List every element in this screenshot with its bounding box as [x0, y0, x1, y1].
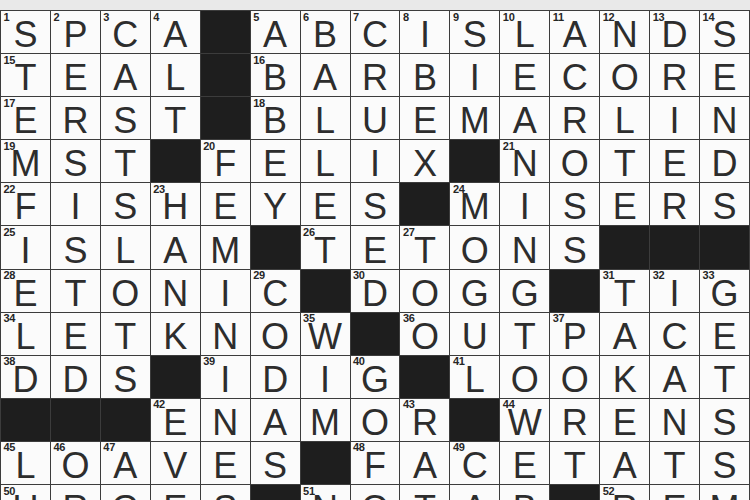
cell-r11c8[interactable]: 48F: [351, 442, 401, 485]
cell-r4c8[interactable]: I: [351, 140, 401, 183]
cell-letter: R: [550, 103, 599, 139]
cell-letter: A: [151, 17, 200, 53]
cell-r2c1[interactable]: 15T: [1, 54, 51, 97]
cell-letter: X: [400, 146, 449, 182]
cell-r9c5[interactable]: 39I: [201, 356, 251, 399]
cell-r5c15[interactable]: S: [700, 183, 750, 226]
cell-letter: I: [351, 146, 400, 182]
cell-letter: E: [400, 103, 449, 139]
cell-r5c3[interactable]: S: [101, 183, 151, 226]
cell-r7c6[interactable]: 29C: [251, 270, 301, 313]
cell-letter: R: [351, 60, 400, 96]
cell-r1c4[interactable]: 4A: [151, 11, 201, 54]
cell-letter: E: [151, 491, 200, 500]
black-square-r5c9: [400, 183, 450, 226]
cell-r2c12[interactable]: C: [550, 54, 600, 97]
cell-r6c3[interactable]: L: [101, 226, 151, 269]
cell-r1c10[interactable]: 9S: [450, 11, 500, 54]
cell-letter: L: [1, 319, 50, 355]
cell-letter: G: [700, 276, 749, 312]
cell-r5c2[interactable]: I: [51, 183, 101, 226]
black-square-r1c5: [201, 11, 251, 54]
cell-r7c1[interactable]: 28E: [1, 270, 51, 313]
cell-letter: N: [600, 17, 649, 53]
cell-letter: H: [151, 189, 200, 225]
cell-r11c15[interactable]: S: [700, 442, 750, 485]
cell-r1c14[interactable]: 13D: [650, 11, 700, 54]
cell-letter: R: [600, 491, 649, 500]
cell-r6c12[interactable]: S: [550, 226, 600, 269]
cell-letter: G: [351, 362, 400, 398]
cell-r11c2[interactable]: 46O: [51, 442, 101, 485]
cell-letter: O: [450, 233, 499, 269]
cell-r7c13[interactable]: 31T: [600, 270, 650, 313]
cell-r8c4[interactable]: K: [151, 313, 201, 356]
cell-letter: T: [301, 233, 350, 269]
cell-r3c8[interactable]: U: [351, 97, 401, 140]
cell-letter: S: [700, 405, 749, 441]
cell-r11c14[interactable]: T: [650, 442, 700, 485]
cell-r12c10[interactable]: A: [450, 485, 500, 500]
cell-letter: I: [650, 103, 699, 139]
cell-r10c5[interactable]: N: [201, 399, 251, 442]
cell-letter: O: [500, 362, 549, 398]
cell-r6c8[interactable]: E: [351, 226, 401, 269]
cell-r9c1[interactable]: 38D: [1, 356, 51, 399]
cell-letter: O: [251, 319, 300, 355]
cell-r10c11[interactable]: 44W: [500, 399, 550, 442]
cell-r4c13[interactable]: T: [600, 140, 650, 183]
cell-letter: E: [301, 189, 350, 225]
cell-r12c5[interactable]: S: [201, 485, 251, 500]
cell-letter: D: [650, 17, 699, 53]
cell-r8c5[interactable]: N: [201, 313, 251, 356]
cell-r7c8[interactable]: 30D: [351, 270, 401, 313]
cell-letter: E: [201, 189, 250, 225]
cell-r5c10[interactable]: 24M: [450, 183, 500, 226]
black-square-r9c9: [400, 356, 450, 399]
cell-r2c15[interactable]: E: [700, 54, 750, 97]
cell-r6c2[interactable]: S: [51, 226, 101, 269]
cell-r10c13[interactable]: E: [600, 399, 650, 442]
cell-r1c8[interactable]: 7C: [351, 11, 401, 54]
cell-letter: U: [450, 319, 499, 355]
cell-letter: T: [101, 319, 150, 355]
cell-letter: R: [51, 491, 100, 500]
black-square-r6c13: [600, 226, 650, 269]
cell-r4c7[interactable]: L: [301, 140, 351, 183]
cell-r1c9[interactable]: 8I: [400, 11, 450, 54]
cell-letter: L: [301, 146, 350, 182]
cell-letter: N: [151, 276, 200, 312]
cell-letter: L: [151, 60, 200, 96]
black-square-r10c10: [450, 399, 500, 442]
cell-r3c6[interactable]: 18B: [251, 97, 301, 140]
cell-letter: R: [51, 103, 100, 139]
cell-letter: A: [550, 17, 599, 53]
cell-r2c11[interactable]: E: [500, 54, 550, 97]
cell-r2c2[interactable]: E: [51, 54, 101, 97]
cell-letter: A: [600, 448, 649, 484]
cell-letter: A: [101, 448, 150, 484]
cell-r10c9[interactable]: 43R: [400, 399, 450, 442]
cell-letter: K: [600, 362, 649, 398]
cell-r12c13[interactable]: 52R: [600, 485, 650, 500]
cell-letter: L: [500, 17, 549, 53]
cell-letter: B: [301, 17, 350, 53]
cell-r5c4[interactable]: 23H: [151, 183, 201, 226]
cell-r3c4[interactable]: T: [151, 97, 201, 140]
cell-r7c2[interactable]: T: [51, 270, 101, 313]
black-square-r7c7: [301, 270, 351, 313]
cell-letter: S: [101, 103, 150, 139]
cell-r2c10[interactable]: I: [450, 54, 500, 97]
cell-r4c1[interactable]: 19M: [1, 140, 51, 183]
cell-r9c13[interactable]: K: [600, 356, 650, 399]
cell-letter: V: [151, 448, 200, 484]
cell-letter: T: [550, 448, 599, 484]
cell-r1c13[interactable]: 12N: [600, 11, 650, 54]
cell-r11c9[interactable]: A: [400, 442, 450, 485]
black-square-r10c3: [101, 399, 151, 442]
black-square-r7c12: [550, 270, 600, 313]
cell-letter: U: [1, 491, 50, 500]
cell-r11c11[interactable]: E: [500, 442, 550, 485]
cell-r6c1[interactable]: 25I: [1, 226, 51, 269]
cell-letter: S: [51, 233, 100, 269]
cell-r7c11[interactable]: G: [500, 270, 550, 313]
cell-r9c2[interactable]: D: [51, 356, 101, 399]
cell-letter: E: [151, 405, 200, 441]
cell-letter: E: [700, 60, 749, 96]
cell-r12c15[interactable]: M: [700, 485, 750, 500]
cell-letter: S: [201, 491, 250, 500]
cell-r9c3[interactable]: S: [101, 356, 151, 399]
cell-r8c11[interactable]: T: [500, 313, 550, 356]
cell-letter: O: [600, 60, 649, 96]
cell-letter: F: [201, 146, 250, 182]
cell-letter: G: [450, 276, 499, 312]
cell-r12c1[interactable]: 50U: [1, 485, 51, 500]
cell-letter: G: [500, 276, 549, 312]
cell-letter: G: [101, 491, 150, 500]
cell-letter: E: [500, 448, 549, 484]
cell-r10c6[interactable]: A: [251, 399, 301, 442]
cell-r6c4[interactable]: A: [151, 226, 201, 269]
cell-r9c6[interactable]: D: [251, 356, 301, 399]
cell-r3c11[interactable]: A: [500, 97, 550, 140]
cell-r8c12[interactable]: 37P: [550, 313, 600, 356]
cell-letter: S: [700, 448, 749, 484]
cell-letter: T: [400, 491, 449, 500]
cell-r4c2[interactable]: S: [51, 140, 101, 183]
cell-letter: O: [51, 448, 100, 484]
cell-r2c13[interactable]: O: [600, 54, 650, 97]
cell-r7c10[interactable]: G: [450, 270, 500, 313]
cell-letter: W: [301, 319, 350, 355]
cell-r3c10[interactable]: M: [450, 97, 500, 140]
black-square-r10c2: [51, 399, 101, 442]
cell-r3c7[interactable]: L: [301, 97, 351, 140]
cell-r10c4[interactable]: 42E: [151, 399, 201, 442]
cell-letter: E: [500, 60, 549, 96]
cell-letter: I: [650, 276, 699, 312]
cell-letter: A: [500, 103, 549, 139]
cell-letter: T: [600, 146, 649, 182]
cell-r12c11[interactable]: B: [500, 485, 550, 500]
cell-r3c12[interactable]: R: [550, 97, 600, 140]
cell-r6c7[interactable]: 26T: [301, 226, 351, 269]
cell-r1c7[interactable]: 6B: [301, 11, 351, 54]
cell-r3c15[interactable]: N: [700, 97, 750, 140]
cell-r5c7[interactable]: E: [301, 183, 351, 226]
cell-letter: T: [700, 362, 749, 398]
cell-r3c14[interactable]: I: [650, 97, 700, 140]
cell-r7c14[interactable]: 32I: [650, 270, 700, 313]
cell-r2c8[interactable]: R: [351, 54, 401, 97]
cell-r3c1[interactable]: 17E: [1, 97, 51, 140]
cell-r2c14[interactable]: R: [650, 54, 700, 97]
cell-r12c7[interactable]: 51N: [301, 485, 351, 500]
cell-r8c14[interactable]: C: [650, 313, 700, 356]
cell-letter: F: [1, 189, 50, 225]
cell-letter: I: [301, 362, 350, 398]
cell-r11c10[interactable]: 49C: [450, 442, 500, 485]
cell-r10c8[interactable]: O: [351, 399, 401, 442]
cell-letter: T: [600, 276, 649, 312]
cell-r3c2[interactable]: R: [51, 97, 101, 140]
black-square-r10c1: [1, 399, 51, 442]
cell-letter: W: [500, 405, 549, 441]
cell-r9c7[interactable]: I: [301, 356, 351, 399]
cell-letter: P: [51, 17, 100, 53]
cell-r12c3[interactable]: G: [101, 485, 151, 500]
cell-letter: B: [251, 103, 300, 139]
cell-letter: T: [51, 276, 100, 312]
cell-letter: T: [400, 233, 449, 269]
cell-letter: I: [400, 17, 449, 53]
black-square-r2c5: [201, 54, 251, 97]
cell-r11c5[interactable]: E: [201, 442, 251, 485]
cell-letter: E: [700, 319, 749, 355]
cell-letter: M: [1, 146, 50, 182]
black-square-r4c4: [151, 140, 201, 183]
cell-letter: D: [51, 362, 100, 398]
cell-letter: C: [351, 17, 400, 53]
cell-letter: L: [450, 362, 499, 398]
cell-letter: O: [550, 146, 599, 182]
cell-r4c14[interactable]: E: [650, 140, 700, 183]
cell-letter: T: [151, 103, 200, 139]
cell-r2c3[interactable]: A: [101, 54, 151, 97]
cell-r5c6[interactable]: Y: [251, 183, 301, 226]
cell-letter: I: [201, 362, 250, 398]
cell-letter: T: [650, 448, 699, 484]
cell-r12c8[interactable]: O: [351, 485, 401, 500]
cell-letter: A: [101, 60, 150, 96]
cell-letter: A: [600, 319, 649, 355]
cell-r6c5[interactable]: M: [201, 226, 251, 269]
black-square-r9c4: [151, 356, 201, 399]
cell-letter: E: [251, 146, 300, 182]
cell-letter: N: [301, 491, 350, 500]
cell-letter: O: [400, 319, 449, 355]
cell-letter: P: [550, 319, 599, 355]
cell-r4c5[interactable]: 20F: [201, 140, 251, 183]
cell-letter: S: [700, 189, 749, 225]
cell-r12c14[interactable]: E: [650, 485, 700, 500]
black-square-r12c6: [251, 485, 301, 500]
cell-r8c2[interactable]: E: [51, 313, 101, 356]
cell-r6c9[interactable]: 27T: [400, 226, 450, 269]
cell-letter: O: [101, 276, 150, 312]
cell-letter: O: [351, 491, 400, 500]
cell-r2c7[interactable]: A: [301, 54, 351, 97]
cell-letter: E: [600, 405, 649, 441]
cell-r11c3[interactable]: 47A: [101, 442, 151, 485]
cell-letter: F: [351, 448, 400, 484]
cell-letter: B: [251, 60, 300, 96]
cell-letter: B: [400, 60, 449, 96]
cell-r1c6[interactable]: 5A: [251, 11, 301, 54]
cell-r11c1[interactable]: 45L: [1, 442, 51, 485]
black-square-r4c10: [450, 140, 500, 183]
cell-r8c7[interactable]: 35W: [301, 313, 351, 356]
cell-r1c2[interactable]: 2P: [51, 11, 101, 54]
black-square-r6c15: [700, 226, 750, 269]
cell-r8c1[interactable]: 34L: [1, 313, 51, 356]
cell-r1c15[interactable]: 14S: [700, 11, 750, 54]
cell-letter: C: [650, 319, 699, 355]
cell-letter: E: [1, 276, 50, 312]
cell-letter: C: [251, 276, 300, 312]
cell-letter: C: [450, 448, 499, 484]
cell-letter: D: [251, 362, 300, 398]
cell-r4c6[interactable]: E: [251, 140, 301, 183]
cell-r2c9[interactable]: B: [400, 54, 450, 97]
cell-letter: E: [650, 491, 699, 500]
cell-letter: I: [201, 276, 250, 312]
cell-r12c2[interactable]: R: [51, 485, 101, 500]
cell-letter: M: [450, 189, 499, 225]
cell-letter: E: [1, 103, 50, 139]
cell-r2c6[interactable]: 16B: [251, 54, 301, 97]
cell-r5c12[interactable]: S: [550, 183, 600, 226]
cell-r6c11[interactable]: N: [500, 226, 550, 269]
cell-r5c8[interactable]: S: [351, 183, 401, 226]
cell-letter: S: [550, 233, 599, 269]
cell-r9c14[interactable]: A: [650, 356, 700, 399]
cell-letter: M: [450, 103, 499, 139]
cell-letter: E: [51, 319, 100, 355]
cell-letter: U: [351, 103, 400, 139]
cell-letter: T: [500, 319, 549, 355]
cell-r3c13[interactable]: L: [600, 97, 650, 140]
cell-letter: R: [400, 405, 449, 441]
cell-r1c12[interactable]: 11A: [550, 11, 600, 54]
cell-r11c6[interactable]: S: [251, 442, 301, 485]
cell-r8c15[interactable]: E: [700, 313, 750, 356]
cell-r11c13[interactable]: A: [600, 442, 650, 485]
cell-letter: N: [201, 319, 250, 355]
cell-r4c15[interactable]: D: [700, 140, 750, 183]
cell-letter: A: [450, 491, 499, 500]
crossword-board: 1S2P3C4A5A6B7C8I9S10L11A12N13D14S15TEAL1…: [0, 0, 750, 500]
cell-r11c12[interactable]: T: [550, 442, 600, 485]
cell-r11c4[interactable]: V: [151, 442, 201, 485]
cell-r1c1[interactable]: 1S: [1, 11, 51, 54]
cell-letter: A: [251, 17, 300, 53]
cell-r12c9[interactable]: T: [400, 485, 450, 500]
cell-r7c3[interactable]: O: [101, 270, 151, 313]
cell-r5c13[interactable]: E: [600, 183, 650, 226]
cell-letter: K: [151, 319, 200, 355]
cell-r4c11[interactable]: 21N: [500, 140, 550, 183]
cell-letter: E: [600, 189, 649, 225]
cell-r8c6[interactable]: O: [251, 313, 301, 356]
cell-letter: I: [450, 60, 499, 96]
cell-r7c4[interactable]: N: [151, 270, 201, 313]
cell-r9c10[interactable]: 41L: [450, 356, 500, 399]
cell-letter: M: [201, 233, 250, 269]
cell-r2c4[interactable]: L: [151, 54, 201, 97]
cell-r9c11[interactable]: O: [500, 356, 550, 399]
cell-letter: I: [51, 189, 100, 225]
cell-r3c3[interactable]: S: [101, 97, 151, 140]
cell-letter: S: [101, 362, 150, 398]
cell-letter: E: [201, 448, 250, 484]
cell-r9c15[interactable]: T: [700, 356, 750, 399]
cell-r8c3[interactable]: T: [101, 313, 151, 356]
cell-r7c15[interactable]: 33G: [700, 270, 750, 313]
cell-r7c5[interactable]: I: [201, 270, 251, 313]
cell-letter: D: [351, 276, 400, 312]
cell-r10c12[interactable]: R: [550, 399, 600, 442]
black-square-r11c7: [301, 442, 351, 485]
cell-r10c15[interactable]: S: [700, 399, 750, 442]
cell-r4c9[interactable]: X: [400, 140, 450, 183]
cell-r5c1[interactable]: 22F: [1, 183, 51, 226]
cell-letter: O: [351, 405, 400, 441]
cell-r9c8[interactable]: 40G: [351, 356, 401, 399]
cell-r1c11[interactable]: 10L: [500, 11, 550, 54]
cell-letter: N: [700, 103, 749, 139]
cell-r8c10[interactable]: U: [450, 313, 500, 356]
cell-letter: T: [1, 60, 50, 96]
cell-r1c3[interactable]: 3C: [101, 11, 151, 54]
cell-r5c14[interactable]: R: [650, 183, 700, 226]
cell-r10c7[interactable]: M: [301, 399, 351, 442]
cell-r7c9[interactable]: O: [400, 270, 450, 313]
cell-letter: N: [201, 405, 250, 441]
cell-r8c9[interactable]: 36O: [400, 313, 450, 356]
cell-r12c4[interactable]: E: [151, 485, 201, 500]
cell-letter: L: [301, 103, 350, 139]
cell-letter: S: [1, 17, 50, 53]
cell-r5c5[interactable]: E: [201, 183, 251, 226]
cell-letter: A: [251, 405, 300, 441]
cell-r4c3[interactable]: T: [101, 140, 151, 183]
cell-r10c14[interactable]: N: [650, 399, 700, 442]
cell-r3c9[interactable]: E: [400, 97, 450, 140]
cell-r4c12[interactable]: O: [550, 140, 600, 183]
cell-r6c10[interactable]: O: [450, 226, 500, 269]
cell-r8c13[interactable]: A: [600, 313, 650, 356]
cell-letter: I: [500, 189, 549, 225]
cell-r9c12[interactable]: O: [550, 356, 600, 399]
cell-r5c11[interactable]: I: [500, 183, 550, 226]
cell-letter: R: [550, 405, 599, 441]
